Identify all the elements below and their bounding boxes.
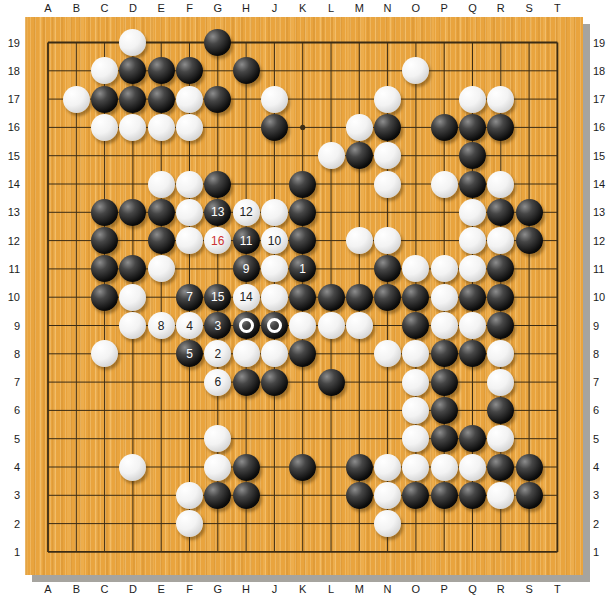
row-label-right-11: 11 [593, 262, 604, 276]
column-label-bottom-N: N [384, 582, 392, 596]
row-label-left-10: 10 [0, 290, 20, 304]
column-label-top-F: F [186, 1, 193, 15]
stone-black-M15[interactable] [346, 142, 373, 169]
stone-white-N17[interactable] [374, 86, 401, 113]
stone-black-K14[interactable] [289, 171, 316, 198]
row-label-right-3: 3 [593, 488, 599, 502]
stone-black-N10[interactable] [374, 284, 401, 311]
stone-white-M12[interactable] [346, 227, 373, 254]
move-number-9: 9 [243, 263, 250, 275]
stone-black-P6[interactable] [431, 397, 458, 424]
stone-black-L10[interactable] [318, 284, 345, 311]
stone-black-L7[interactable] [318, 369, 345, 396]
stone-white-Q13[interactable] [459, 199, 486, 226]
row-label-right-4: 4 [593, 460, 599, 474]
stone-black-P3[interactable] [431, 482, 458, 509]
row-label-right-7: 7 [593, 375, 599, 389]
column-label-top-L: L [328, 1, 334, 15]
stone-black-R16[interactable] [487, 114, 514, 141]
stone-black-G13[interactable]: 13 [204, 199, 231, 226]
stone-black-Q10[interactable] [459, 284, 486, 311]
stone-white-F3[interactable] [176, 482, 203, 509]
stone-black-P7[interactable] [431, 369, 458, 396]
row-label-left-2: 2 [0, 517, 20, 531]
row-label-right-18: 18 [593, 64, 605, 78]
circle-mark-icon [239, 318, 254, 333]
stone-black-N16[interactable] [374, 114, 401, 141]
column-label-bottom-G: G [214, 582, 223, 596]
row-label-left-12: 12 [0, 234, 20, 248]
row-label-left-11: 11 [0, 262, 20, 276]
stone-black-K4[interactable] [289, 454, 316, 481]
stone-white-R14[interactable] [487, 171, 514, 198]
stone-white-D4[interactable] [119, 454, 146, 481]
column-label-bottom-H: H [242, 582, 250, 596]
column-label-bottom-C: C [101, 582, 109, 596]
column-label-bottom-F: F [186, 582, 193, 596]
stone-white-N4[interactable] [374, 454, 401, 481]
stone-black-E17[interactable] [148, 86, 175, 113]
move-number-7: 7 [186, 291, 193, 303]
stone-black-H11[interactable]: 9 [233, 255, 260, 282]
stone-white-O7[interactable] [402, 369, 429, 396]
column-label-bottom-L: L [328, 582, 334, 596]
row-label-left-9: 9 [0, 319, 20, 333]
move-number-12: 12 [239, 206, 252, 218]
stone-white-B17[interactable] [63, 86, 90, 113]
stone-white-L9[interactable] [318, 312, 345, 339]
stone-black-E18[interactable] [148, 57, 175, 84]
stone-white-R7[interactable] [487, 369, 514, 396]
stone-black-H9[interactable] [233, 312, 260, 339]
stone-black-E13[interactable] [148, 199, 175, 226]
stone-white-F14[interactable] [176, 171, 203, 198]
stone-black-Q15[interactable] [459, 142, 486, 169]
stone-white-P14[interactable] [431, 171, 458, 198]
column-label-top-A: A [44, 1, 51, 15]
row-label-right-12: 12 [593, 234, 605, 248]
move-number-2: 2 [214, 348, 221, 360]
goban[interactable]: 13121611109171514843526 [25, 17, 583, 575]
column-label-top-G: G [214, 1, 223, 15]
row-label-right-2: 2 [593, 517, 599, 531]
stone-black-D17[interactable] [119, 86, 146, 113]
stone-white-G7[interactable]: 6 [204, 369, 231, 396]
stone-white-E16[interactable] [148, 114, 175, 141]
row-label-left-14: 14 [0, 177, 20, 191]
row-label-right-16: 16 [593, 120, 605, 134]
column-label-bottom-J: J [272, 582, 278, 596]
column-label-bottom-A: A [44, 582, 51, 596]
move-number-5: 5 [186, 348, 193, 360]
column-label-top-J: J [272, 1, 278, 15]
stone-white-F17[interactable] [176, 86, 203, 113]
column-label-bottom-P: P [441, 582, 448, 596]
stone-black-C10[interactable] [91, 284, 118, 311]
column-label-top-R: R [497, 1, 505, 15]
move-number-16: 16 [211, 235, 224, 247]
row-label-right-13: 13 [593, 205, 605, 219]
column-label-top-E: E [158, 1, 165, 15]
row-label-right-5: 5 [593, 432, 599, 446]
column-label-top-P: P [441, 1, 448, 15]
row-label-right-15: 15 [593, 149, 605, 163]
row-label-left-5: 5 [0, 432, 20, 446]
stone-white-Q9[interactable] [459, 312, 486, 339]
stone-black-G14[interactable] [204, 171, 231, 198]
stone-black-P5[interactable] [431, 425, 458, 452]
stone-white-J13[interactable] [261, 199, 288, 226]
stone-white-K9[interactable] [289, 312, 316, 339]
row-label-left-19: 19 [0, 36, 20, 50]
stone-white-E9[interactable]: 8 [148, 312, 175, 339]
column-label-top-S: S [525, 1, 532, 15]
stone-black-Q16[interactable] [459, 114, 486, 141]
stone-black-S4[interactable] [516, 454, 543, 481]
stone-white-P10[interactable] [431, 284, 458, 311]
column-label-top-N: N [384, 1, 392, 15]
stone-black-E12[interactable] [148, 227, 175, 254]
stone-black-H4[interactable] [233, 454, 260, 481]
move-number-15: 15 [211, 291, 224, 303]
stone-white-R3[interactable] [487, 482, 514, 509]
column-label-bottom-M: M [355, 582, 364, 596]
column-label-top-H: H [242, 1, 250, 15]
stone-white-Q4[interactable] [459, 454, 486, 481]
stone-black-S12[interactable] [516, 227, 543, 254]
stone-white-N3[interactable] [374, 482, 401, 509]
column-label-bottom-B: B [73, 582, 80, 596]
stone-black-C17[interactable] [91, 86, 118, 113]
row-label-left-17: 17 [0, 92, 20, 106]
row-label-right-14: 14 [593, 177, 605, 191]
row-label-left-4: 4 [0, 460, 20, 474]
stone-white-N14[interactable] [374, 171, 401, 198]
stone-white-H8[interactable] [233, 340, 260, 367]
column-label-top-C: C [101, 1, 109, 15]
row-label-right-8: 8 [593, 347, 599, 361]
stone-black-J9[interactable] [261, 312, 288, 339]
stone-white-N12[interactable] [374, 227, 401, 254]
column-label-top-B: B [73, 1, 80, 15]
stone-black-K10[interactable] [289, 284, 316, 311]
stone-black-Q14[interactable] [459, 171, 486, 198]
stone-black-H7[interactable] [233, 369, 260, 396]
move-number-8: 8 [158, 320, 165, 332]
stone-white-J12[interactable]: 10 [261, 227, 288, 254]
stone-white-J17[interactable] [261, 86, 288, 113]
stone-white-D10[interactable] [119, 284, 146, 311]
row-label-right-17: 17 [593, 92, 605, 106]
stone-white-J8[interactable] [261, 340, 288, 367]
move-number-4: 4 [186, 320, 193, 332]
stone-black-O10[interactable] [402, 284, 429, 311]
move-number-6: 6 [214, 376, 221, 388]
stone-black-H12[interactable]: 11 [233, 227, 260, 254]
column-label-top-O: O [412, 1, 421, 15]
stone-white-P4[interactable] [431, 454, 458, 481]
row-label-left-15: 15 [0, 149, 20, 163]
stone-black-G17[interactable] [204, 86, 231, 113]
stone-white-G4[interactable] [204, 454, 231, 481]
stone-black-H18[interactable] [233, 57, 260, 84]
column-label-bottom-Q: Q [468, 582, 477, 596]
move-number-14: 14 [239, 291, 252, 303]
row-label-right-10: 10 [593, 290, 605, 304]
column-label-bottom-O: O [412, 582, 421, 596]
stone-black-R13[interactable] [487, 199, 514, 226]
row-label-right-6: 6 [593, 403, 599, 417]
stone-white-F13[interactable] [176, 199, 203, 226]
stone-black-C13[interactable] [91, 199, 118, 226]
row-label-left-3: 3 [0, 488, 20, 502]
row-label-left-6: 6 [0, 403, 20, 417]
stone-black-J16[interactable] [261, 114, 288, 141]
go-diagram-screen: ABCDEFGHJKLMNOPQRST ABCDEFGHJKLMNOPQRST … [0, 0, 608, 599]
move-number-10: 10 [268, 235, 281, 247]
row-label-left-7: 7 [0, 375, 20, 389]
move-number-3: 3 [214, 320, 221, 332]
stone-white-M9[interactable] [346, 312, 373, 339]
circle-mark-icon [267, 318, 282, 333]
stone-white-Q12[interactable] [459, 227, 486, 254]
stone-black-J7[interactable] [261, 369, 288, 396]
row-label-left-13: 13 [0, 205, 20, 219]
stone-white-O4[interactable] [402, 454, 429, 481]
stone-black-Q5[interactable] [459, 425, 486, 452]
stone-black-P16[interactable] [431, 114, 458, 141]
stone-black-G3[interactable] [204, 482, 231, 509]
row-label-right-19: 19 [593, 36, 605, 50]
move-number-11: 11 [240, 235, 252, 247]
column-label-top-D: D [129, 1, 137, 15]
stone-white-F12[interactable] [176, 227, 203, 254]
stone-white-Q17[interactable] [459, 86, 486, 113]
move-number-1: 1 [299, 263, 306, 275]
stone-white-F2[interactable] [176, 510, 203, 537]
column-label-bottom-D: D [129, 582, 137, 596]
stone-black-S13[interactable] [516, 199, 543, 226]
stone-white-J10[interactable] [261, 284, 288, 311]
stone-white-L15[interactable] [318, 142, 345, 169]
stone-black-R6[interactable] [487, 397, 514, 424]
stone-black-S3[interactable] [516, 482, 543, 509]
row-label-left-18: 18 [0, 64, 20, 78]
stone-black-C12[interactable] [91, 227, 118, 254]
column-label-bottom-K: K [299, 582, 306, 596]
stone-white-R17[interactable] [487, 86, 514, 113]
stone-black-M4[interactable] [346, 454, 373, 481]
stone-black-Q3[interactable] [459, 482, 486, 509]
stone-white-E11[interactable] [148, 255, 175, 282]
column-label-top-M: M [355, 1, 364, 15]
column-label-bottom-T: T [554, 582, 561, 596]
stone-white-F16[interactable] [176, 114, 203, 141]
stone-black-G10[interactable]: 15 [204, 284, 231, 311]
stone-black-H3[interactable] [233, 482, 260, 509]
stone-white-P11[interactable] [431, 255, 458, 282]
row-label-left-1: 1 [0, 545, 20, 559]
stone-black-R10[interactable] [487, 284, 514, 311]
stone-white-H10[interactable]: 14 [233, 284, 260, 311]
stone-white-M16[interactable] [346, 114, 373, 141]
column-label-bottom-E: E [158, 582, 165, 596]
column-label-top-Q: Q [468, 1, 477, 15]
stone-white-F9[interactable]: 4 [176, 312, 203, 339]
stone-white-P9[interactable] [431, 312, 458, 339]
row-label-left-8: 8 [0, 347, 20, 361]
stone-black-O3[interactable] [402, 482, 429, 509]
column-label-top-K: K [299, 1, 306, 15]
column-label-top-T: T [554, 1, 561, 15]
stone-black-P8[interactable] [431, 340, 458, 367]
stone-white-E14[interactable] [148, 171, 175, 198]
row-label-right-1: 1 [593, 545, 599, 559]
stone-black-R4[interactable] [487, 454, 514, 481]
stone-white-N2[interactable] [374, 510, 401, 537]
stone-white-C16[interactable] [91, 114, 118, 141]
stone-black-F10[interactable]: 7 [176, 284, 203, 311]
row-label-left-16: 16 [0, 120, 20, 134]
column-label-bottom-S: S [525, 582, 532, 596]
stone-white-H13[interactable]: 12 [233, 199, 260, 226]
row-label-right-9: 9 [593, 319, 599, 333]
move-number-13: 13 [211, 206, 224, 218]
stone-black-K13[interactable] [289, 199, 316, 226]
stone-black-M10[interactable] [346, 284, 373, 311]
column-label-bottom-R: R [497, 582, 505, 596]
stone-black-D13[interactable] [119, 199, 146, 226]
stone-black-M3[interactable] [346, 482, 373, 509]
